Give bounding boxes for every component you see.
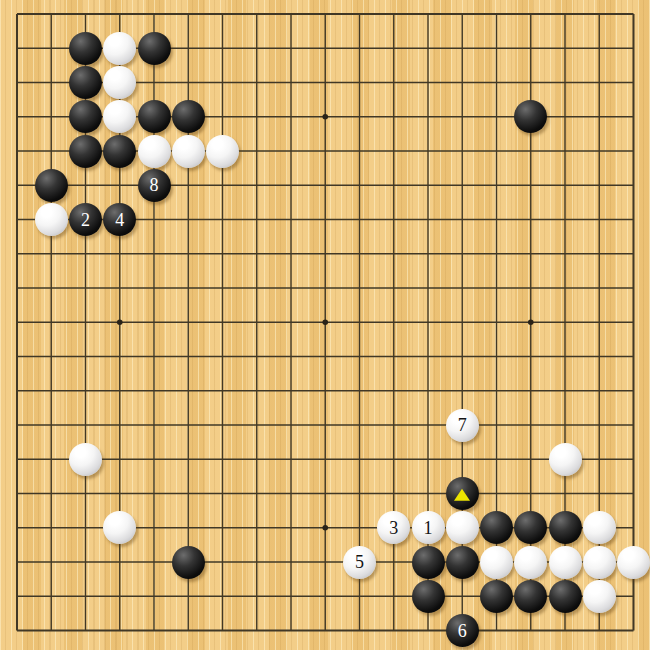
stone-black-Q2 bbox=[514, 580, 547, 613]
move-number: 4 bbox=[103, 203, 136, 236]
stone-white-M4: 3 bbox=[377, 511, 410, 544]
star-point bbox=[117, 319, 123, 325]
stone-white-D18 bbox=[103, 32, 136, 65]
stone-black-N3 bbox=[412, 546, 445, 579]
stone-black-E16 bbox=[138, 100, 171, 133]
stone-black-R4 bbox=[549, 511, 582, 544]
move-number: 3 bbox=[377, 511, 410, 544]
stone-white-T3 bbox=[617, 546, 650, 579]
stone-black-O3 bbox=[446, 546, 479, 579]
stone-black-C18 bbox=[69, 32, 102, 65]
stone-black-C13: 2 bbox=[69, 203, 102, 236]
stone-white-Q3 bbox=[514, 546, 547, 579]
move-number: 8 bbox=[138, 169, 171, 202]
triangle-marker-icon bbox=[454, 488, 470, 500]
stone-black-O5 bbox=[446, 477, 479, 510]
stone-white-O7: 7 bbox=[446, 409, 479, 442]
stone-white-B13 bbox=[35, 203, 68, 236]
stone-white-C6 bbox=[69, 443, 102, 476]
star-point bbox=[528, 319, 534, 325]
star-point bbox=[322, 319, 328, 325]
stone-black-N2 bbox=[412, 580, 445, 613]
stone-black-F3 bbox=[172, 546, 205, 579]
stone-black-C17 bbox=[69, 66, 102, 99]
stone-black-E18 bbox=[138, 32, 171, 65]
stone-black-C15 bbox=[69, 135, 102, 168]
star-point bbox=[322, 114, 328, 120]
stone-white-L3: 5 bbox=[343, 546, 376, 579]
stone-white-E15 bbox=[138, 135, 171, 168]
stone-black-D15 bbox=[103, 135, 136, 168]
stone-white-R6 bbox=[549, 443, 582, 476]
move-number: 1 bbox=[412, 511, 445, 544]
move-number: 5 bbox=[343, 546, 376, 579]
star-point bbox=[322, 525, 328, 531]
stone-white-G15 bbox=[206, 135, 239, 168]
stone-white-F15 bbox=[172, 135, 205, 168]
go-board[interactable]: 82473156 bbox=[0, 0, 650, 650]
stone-white-S3 bbox=[583, 546, 616, 579]
move-number: 2 bbox=[69, 203, 102, 236]
stone-white-R3 bbox=[549, 546, 582, 579]
stone-white-N4: 1 bbox=[412, 511, 445, 544]
stone-black-E14: 8 bbox=[138, 169, 171, 202]
stone-black-D13: 4 bbox=[103, 203, 136, 236]
stone-black-F16 bbox=[172, 100, 205, 133]
stone-white-O4 bbox=[446, 511, 479, 544]
stone-black-O1: 6 bbox=[446, 614, 479, 647]
stone-black-R2 bbox=[549, 580, 582, 613]
stone-black-P2 bbox=[480, 580, 513, 613]
stone-black-B14 bbox=[35, 169, 68, 202]
move-number: 7 bbox=[446, 409, 479, 442]
stone-white-S2 bbox=[583, 580, 616, 613]
stone-white-P3 bbox=[480, 546, 513, 579]
move-number: 6 bbox=[446, 614, 479, 647]
stone-white-S4 bbox=[583, 511, 616, 544]
